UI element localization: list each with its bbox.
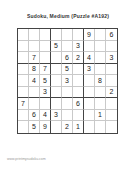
footer-url: www.printmysudoku.com [7, 157, 46, 161]
cell-r9c2: 5 [29, 121, 40, 133]
cell-r6c3: 3 [40, 87, 51, 99]
cell-r5c6[interactable] [73, 75, 84, 87]
cell-r6c2[interactable] [29, 87, 40, 99]
cell-r9c3: 9 [40, 121, 51, 133]
cell-r6c1[interactable] [18, 87, 29, 99]
cell-r5c4[interactable] [51, 75, 62, 87]
cell-r4c5: 5 [62, 64, 73, 76]
cell-r3c6: 2 [73, 52, 84, 64]
cell-r2c7[interactable] [84, 41, 95, 53]
cell-r2c2[interactable] [29, 41, 40, 53]
cell-r6c8[interactable] [95, 87, 106, 99]
sudoku-board: 96537624387534538327664315921 [17, 28, 118, 134]
cell-r9c5: 2 [62, 121, 73, 133]
cell-r4c2: 8 [29, 64, 40, 76]
cell-r1c2[interactable] [29, 29, 40, 41]
cell-r3c4[interactable] [51, 52, 62, 64]
cell-r4c6[interactable] [73, 64, 84, 76]
cell-r9c9[interactable] [106, 121, 117, 133]
cell-r5c5: 3 [62, 75, 73, 87]
cell-r7c4[interactable] [51, 98, 62, 110]
cell-r1c1[interactable] [18, 29, 29, 41]
cell-r2c5[interactable] [62, 41, 73, 53]
cell-r7c9[interactable] [106, 98, 117, 110]
cell-r4c1[interactable] [18, 64, 29, 76]
cell-r2c3[interactable] [40, 41, 51, 53]
cell-r7c8[interactable] [95, 98, 106, 110]
cell-r3c1[interactable] [18, 52, 29, 64]
cell-r8c2: 6 [29, 110, 40, 122]
cell-r5c3: 5 [40, 75, 51, 87]
cell-r8c8: 1 [95, 110, 106, 122]
cell-r3c2: 7 [29, 52, 40, 64]
cell-r5c2: 4 [29, 75, 40, 87]
cell-r5c7[interactable] [84, 75, 95, 87]
cell-r2c9[interactable] [106, 41, 117, 53]
cell-r5c9[interactable] [106, 75, 117, 87]
cell-r9c1[interactable] [18, 121, 29, 133]
cell-r4c4[interactable] [51, 64, 62, 76]
cell-r2c8[interactable] [95, 41, 106, 53]
cell-r2c4: 5 [51, 41, 62, 53]
cell-r9c7[interactable] [84, 121, 95, 133]
cell-r8c3: 4 [40, 110, 51, 122]
cell-r5c8: 8 [95, 75, 106, 87]
cell-r7c1: 7 [18, 98, 29, 110]
cell-r8c5[interactable] [62, 110, 73, 122]
cell-r8c1[interactable] [18, 110, 29, 122]
cell-r6c9: 2 [106, 87, 117, 99]
cell-r8c4: 3 [51, 110, 62, 122]
cell-r3c9: 3 [106, 52, 117, 64]
cell-r6c4[interactable] [51, 87, 62, 99]
cell-r6c6[interactable] [73, 87, 84, 99]
cell-r1c5[interactable] [62, 29, 73, 41]
cell-r3c7: 4 [84, 52, 95, 64]
cell-r6c7[interactable] [84, 87, 95, 99]
cell-r3c8[interactable] [95, 52, 106, 64]
cell-r1c7: 9 [84, 29, 95, 41]
cell-r4c7: 3 [84, 64, 95, 76]
cell-r2c6: 3 [73, 41, 84, 53]
cell-r9c8[interactable] [95, 121, 106, 133]
cell-r4c3: 7 [40, 64, 51, 76]
cell-r1c9: 6 [106, 29, 117, 41]
cell-r1c6[interactable] [73, 29, 84, 41]
cell-r5c1[interactable] [18, 75, 29, 87]
cell-r7c7[interactable] [84, 98, 95, 110]
cell-r6c5[interactable] [62, 87, 73, 99]
cell-r1c3[interactable] [40, 29, 51, 41]
cell-r7c3[interactable] [40, 98, 51, 110]
page-title: Sudoku, Medium (Puzzle #A192) [0, 13, 136, 19]
cell-r7c2[interactable] [29, 98, 40, 110]
cell-r8c9[interactable] [106, 110, 117, 122]
cell-r4c9[interactable] [106, 64, 117, 76]
cell-r9c6: 1 [73, 121, 84, 133]
cell-r1c4[interactable] [51, 29, 62, 41]
cell-r3c5: 6 [62, 52, 73, 64]
cell-r8c6[interactable] [73, 110, 84, 122]
cell-r3c3[interactable] [40, 52, 51, 64]
cell-r1c8[interactable] [95, 29, 106, 41]
cell-r4c8[interactable] [95, 64, 106, 76]
cell-r9c4[interactable] [51, 121, 62, 133]
cell-r7c5[interactable] [62, 98, 73, 110]
cell-r2c1[interactable] [18, 41, 29, 53]
cell-r7c6: 6 [73, 98, 84, 110]
cell-r8c7[interactable] [84, 110, 95, 122]
